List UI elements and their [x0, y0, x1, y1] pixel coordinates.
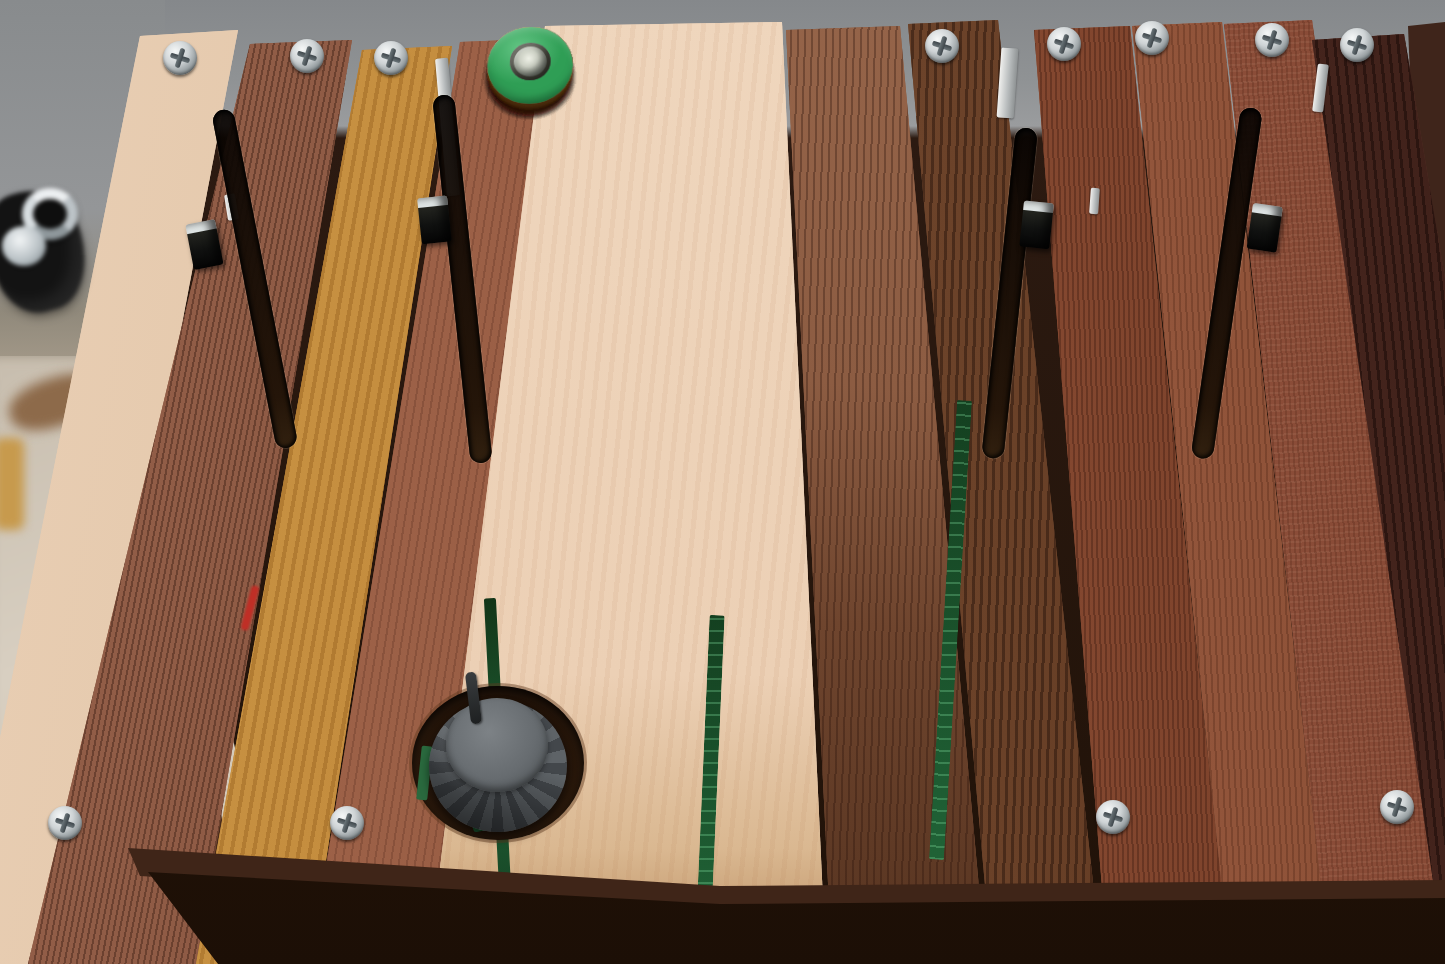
phillips-screw — [1135, 21, 1169, 55]
phillips-screw — [1380, 790, 1414, 824]
phillips-screw — [290, 39, 324, 73]
photo-scene — [0, 0, 1445, 964]
phillips-screw — [374, 41, 408, 75]
phillips-screw — [1096, 800, 1130, 834]
volume-knob-top[interactable] — [446, 698, 548, 792]
phillips-screw — [163, 41, 197, 75]
battery-snap-stud-terminal — [2, 226, 46, 266]
phillips-screw — [1047, 27, 1081, 61]
peg-grid — [512, 65, 969, 669]
battery-snap-connector[interactable] — [0, 178, 110, 328]
slide-pot-rail — [1089, 188, 1100, 215]
slide-pot-rail — [997, 47, 1019, 118]
phillips-screw — [48, 806, 82, 840]
ring-metal-bore — [509, 43, 551, 80]
wood-scrap — [0, 438, 24, 530]
slider-handle[interactable] — [417, 195, 452, 244]
phillips-screw — [330, 806, 364, 840]
slider-handle[interactable] — [1019, 200, 1054, 249]
phillips-screw — [1340, 28, 1374, 62]
phillips-screw — [925, 29, 959, 63]
phillips-screw — [1255, 23, 1289, 57]
ring-peg-green[interactable] — [486, 27, 574, 104]
